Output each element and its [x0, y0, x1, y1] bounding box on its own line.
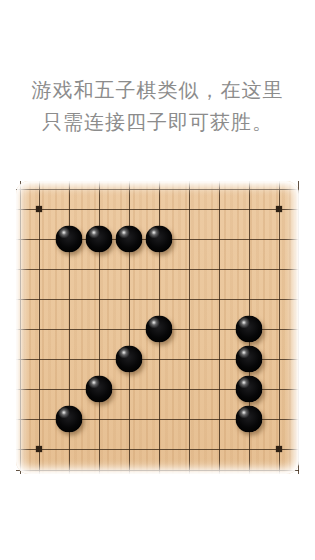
black-stone — [56, 226, 83, 253]
black-stone — [146, 316, 173, 343]
tutorial-line-2: 只需连接四子即可获胜。 — [0, 106, 315, 138]
black-stone — [146, 226, 173, 253]
grid-line-horizontal — [16, 299, 299, 300]
black-stone — [236, 406, 263, 433]
grid-line-vertical — [219, 181, 220, 474]
black-stone — [116, 346, 143, 373]
black-stone — [86, 376, 113, 403]
star-point — [276, 206, 282, 212]
black-stone — [116, 226, 143, 253]
black-stone — [236, 316, 263, 343]
grid-line-vertical — [298, 181, 299, 474]
grid-line-horizontal — [16, 269, 299, 270]
grid-line-vertical — [279, 181, 280, 474]
game-board[interactable] — [16, 181, 299, 474]
star-point — [276, 446, 282, 452]
grid-line-vertical — [39, 181, 40, 474]
tutorial-line-1: 游戏和五子棋类似，在这里 — [0, 74, 315, 106]
black-stone — [236, 346, 263, 373]
black-stone — [86, 226, 113, 253]
black-stone — [236, 376, 263, 403]
grid-line-vertical — [189, 181, 190, 474]
grid-line-horizontal — [16, 470, 299, 471]
black-stone — [56, 406, 83, 433]
grid-line-horizontal — [16, 189, 299, 190]
grid-line-vertical — [20, 181, 21, 474]
star-point — [36, 446, 42, 452]
star-point — [36, 206, 42, 212]
grid-line-horizontal — [16, 449, 299, 450]
tutorial-text: 游戏和五子棋类似，在这里 只需连接四子即可获胜。 — [0, 74, 315, 138]
grid-line-horizontal — [16, 209, 299, 210]
tutorial-screen: 游戏和五子棋类似，在这里 只需连接四子即可获胜。 — [0, 0, 315, 560]
